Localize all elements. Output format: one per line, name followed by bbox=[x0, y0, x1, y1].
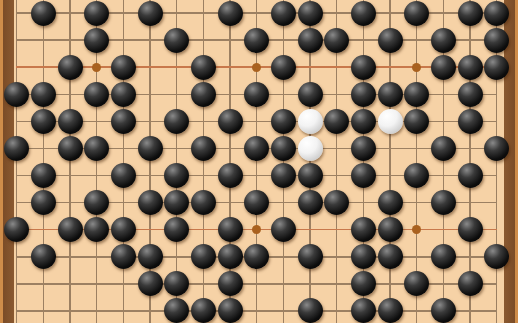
black-stone[interactable] bbox=[164, 163, 189, 188]
black-stone[interactable] bbox=[191, 298, 216, 323]
white-stone[interactable] bbox=[298, 136, 323, 161]
black-stone[interactable] bbox=[458, 1, 483, 26]
black-stone[interactable] bbox=[484, 55, 509, 80]
black-stone[interactable] bbox=[218, 163, 243, 188]
black-stone[interactable] bbox=[218, 244, 243, 269]
black-stone[interactable] bbox=[458, 163, 483, 188]
black-stone[interactable] bbox=[31, 163, 56, 188]
black-stone[interactable] bbox=[191, 244, 216, 269]
black-stone[interactable] bbox=[58, 55, 83, 80]
grid-line-vertical bbox=[283, 0, 284, 323]
black-stone[interactable] bbox=[31, 190, 56, 215]
black-stone[interactable] bbox=[244, 244, 269, 269]
black-stone[interactable] bbox=[218, 109, 243, 134]
white-stone[interactable] bbox=[298, 109, 323, 134]
grid-line-vertical bbox=[43, 0, 44, 323]
black-stone[interactable] bbox=[164, 28, 189, 53]
black-stone[interactable] bbox=[244, 136, 269, 161]
black-stone[interactable] bbox=[271, 163, 296, 188]
black-stone[interactable] bbox=[84, 217, 109, 242]
grid-line-vertical bbox=[69, 0, 70, 323]
black-stone[interactable] bbox=[458, 109, 483, 134]
black-stone[interactable] bbox=[431, 55, 456, 80]
black-stone[interactable] bbox=[351, 163, 376, 188]
black-stone[interactable] bbox=[351, 217, 376, 242]
black-stone[interactable] bbox=[84, 190, 109, 215]
black-stone[interactable] bbox=[58, 109, 83, 134]
black-stone[interactable] bbox=[351, 136, 376, 161]
black-stone[interactable] bbox=[58, 217, 83, 242]
black-stone[interactable] bbox=[431, 136, 456, 161]
black-stone[interactable] bbox=[351, 109, 376, 134]
black-stone[interactable] bbox=[351, 1, 376, 26]
black-stone[interactable] bbox=[111, 163, 136, 188]
black-stone[interactable] bbox=[351, 298, 376, 323]
star-point bbox=[252, 225, 261, 234]
black-stone[interactable] bbox=[31, 82, 56, 107]
black-stone[interactable] bbox=[431, 28, 456, 53]
black-stone[interactable] bbox=[378, 82, 403, 107]
black-stone[interactable] bbox=[218, 1, 243, 26]
black-stone[interactable] bbox=[271, 1, 296, 26]
black-stone[interactable] bbox=[84, 1, 109, 26]
black-stone[interactable] bbox=[58, 136, 83, 161]
black-stone[interactable] bbox=[404, 82, 429, 107]
black-stone[interactable] bbox=[484, 1, 509, 26]
black-stone[interactable] bbox=[84, 82, 109, 107]
grid-line-horizontal bbox=[16, 310, 497, 311]
black-stone[interactable] bbox=[298, 298, 323, 323]
black-stone[interactable] bbox=[431, 190, 456, 215]
black-stone[interactable] bbox=[84, 28, 109, 53]
star-point bbox=[92, 63, 101, 72]
black-stone[interactable] bbox=[351, 82, 376, 107]
black-stone[interactable] bbox=[31, 1, 56, 26]
black-stone[interactable] bbox=[31, 244, 56, 269]
black-stone[interactable] bbox=[191, 55, 216, 80]
black-stone[interactable] bbox=[4, 217, 29, 242]
black-stone[interactable] bbox=[244, 82, 269, 107]
black-stone[interactable] bbox=[458, 271, 483, 296]
black-stone[interactable] bbox=[298, 163, 323, 188]
black-stone[interactable] bbox=[138, 271, 163, 296]
board-frame-left-inner bbox=[3, 0, 14, 323]
black-stone[interactable] bbox=[164, 298, 189, 323]
black-stone[interactable] bbox=[111, 109, 136, 134]
black-stone[interactable] bbox=[244, 190, 269, 215]
black-stone[interactable] bbox=[271, 217, 296, 242]
black-stone[interactable] bbox=[404, 109, 429, 134]
black-stone[interactable] bbox=[351, 271, 376, 296]
black-stone[interactable] bbox=[4, 82, 29, 107]
black-stone[interactable] bbox=[164, 109, 189, 134]
black-stone[interactable] bbox=[138, 190, 163, 215]
black-stone[interactable] bbox=[164, 217, 189, 242]
black-stone[interactable] bbox=[138, 244, 163, 269]
black-stone[interactable] bbox=[191, 82, 216, 107]
black-stone[interactable] bbox=[431, 244, 456, 269]
black-stone[interactable] bbox=[378, 190, 403, 215]
black-stone[interactable] bbox=[84, 136, 109, 161]
black-stone[interactable] bbox=[218, 298, 243, 323]
black-stone[interactable] bbox=[404, 163, 429, 188]
star-point bbox=[252, 63, 261, 72]
black-stone[interactable] bbox=[218, 271, 243, 296]
black-stone[interactable] bbox=[484, 136, 509, 161]
black-stone[interactable] bbox=[271, 136, 296, 161]
white-stone[interactable] bbox=[378, 109, 403, 134]
black-stone[interactable] bbox=[271, 55, 296, 80]
black-stone[interactable] bbox=[351, 244, 376, 269]
black-stone[interactable] bbox=[138, 136, 163, 161]
black-stone[interactable] bbox=[324, 109, 349, 134]
go-board[interactable] bbox=[0, 0, 518, 323]
black-stone[interactable] bbox=[378, 298, 403, 323]
black-stone[interactable] bbox=[4, 136, 29, 161]
black-stone[interactable] bbox=[218, 217, 243, 242]
black-stone[interactable] bbox=[431, 298, 456, 323]
star-point bbox=[412, 63, 421, 72]
black-stone[interactable] bbox=[404, 271, 429, 296]
black-stone[interactable] bbox=[458, 82, 483, 107]
grid-line-vertical bbox=[203, 0, 204, 323]
black-stone[interactable] bbox=[378, 244, 403, 269]
black-stone[interactable] bbox=[111, 244, 136, 269]
black-stone[interactable] bbox=[164, 190, 189, 215]
black-stone[interactable] bbox=[111, 55, 136, 80]
black-stone[interactable] bbox=[111, 82, 136, 107]
black-stone[interactable] bbox=[404, 1, 429, 26]
black-stone[interactable] bbox=[191, 136, 216, 161]
black-stone[interactable] bbox=[324, 190, 349, 215]
black-stone[interactable] bbox=[298, 190, 323, 215]
black-stone[interactable] bbox=[324, 28, 349, 53]
black-stone[interactable] bbox=[31, 109, 56, 134]
black-stone[interactable] bbox=[378, 217, 403, 242]
black-stone[interactable] bbox=[298, 1, 323, 26]
black-stone[interactable] bbox=[244, 28, 269, 53]
black-stone[interactable] bbox=[484, 28, 509, 53]
star-point bbox=[412, 225, 421, 234]
black-stone[interactable] bbox=[351, 55, 376, 80]
black-stone[interactable] bbox=[164, 271, 189, 296]
black-stone[interactable] bbox=[191, 190, 216, 215]
black-stone[interactable] bbox=[458, 217, 483, 242]
black-stone[interactable] bbox=[458, 55, 483, 80]
black-stone[interactable] bbox=[138, 1, 163, 26]
grid-line-vertical bbox=[16, 0, 17, 323]
black-stone[interactable] bbox=[111, 217, 136, 242]
black-stone[interactable] bbox=[298, 82, 323, 107]
black-stone[interactable] bbox=[378, 28, 403, 53]
black-stone[interactable] bbox=[298, 244, 323, 269]
grid-line-vertical bbox=[123, 0, 124, 323]
black-stone[interactable] bbox=[298, 28, 323, 53]
black-stone[interactable] bbox=[271, 109, 296, 134]
